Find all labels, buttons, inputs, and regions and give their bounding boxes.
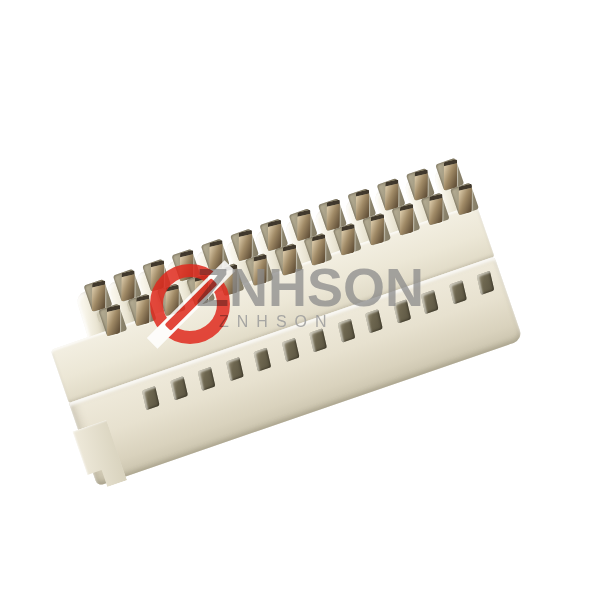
metal-contact	[311, 234, 325, 266]
wire-hole	[477, 271, 495, 295]
metal-contact	[399, 204, 413, 236]
wire-hole	[393, 300, 411, 324]
wire-hole	[253, 348, 271, 372]
metal-contact	[282, 244, 296, 276]
metal-contact	[238, 230, 252, 262]
metal-contact	[194, 275, 208, 307]
wire-hole	[281, 338, 299, 362]
metal-contact	[458, 184, 472, 216]
metal-contact	[341, 224, 355, 256]
metal-contact	[253, 254, 267, 286]
wire-hole	[365, 309, 383, 333]
metal-contact	[297, 210, 311, 242]
metal-contact	[121, 270, 135, 302]
metal-contact	[355, 190, 369, 222]
metal-contact	[136, 295, 150, 327]
metal-contact	[223, 265, 237, 297]
metal-contact	[179, 250, 193, 282]
wire-hole	[449, 280, 467, 304]
metal-contact	[429, 194, 443, 226]
wire-hole	[198, 367, 216, 391]
metal-contact	[385, 179, 399, 211]
metal-contact	[414, 169, 428, 201]
metal-contact	[150, 260, 164, 292]
connector-body	[36, 162, 523, 488]
metal-contact	[106, 305, 120, 337]
metal-contact	[267, 220, 281, 252]
metal-contact	[370, 214, 384, 246]
wire-hole	[226, 357, 244, 381]
metal-contact	[326, 200, 340, 232]
wire-hole	[142, 386, 160, 410]
product-photo-canvas: ZNHSON ZNHSON	[0, 0, 600, 600]
metal-contact	[91, 280, 105, 312]
wire-hole	[337, 319, 355, 343]
wire-hole	[170, 376, 188, 400]
wire-hole	[309, 328, 327, 352]
metal-contact	[209, 240, 223, 272]
wire-hole	[421, 290, 439, 314]
metal-contact	[443, 159, 457, 191]
metal-contact	[165, 285, 179, 317]
